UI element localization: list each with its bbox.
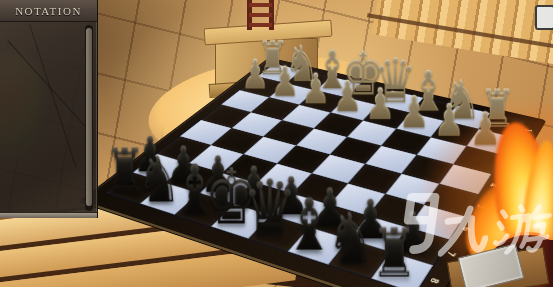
jiuyou-watermark: 九游 xyxy=(394,190,553,259)
ladder-rung xyxy=(249,23,272,27)
corner-widget xyxy=(535,5,553,30)
ladder-rung xyxy=(249,3,272,7)
marble-vein xyxy=(29,24,76,167)
notation-title-text: Notation xyxy=(15,5,82,17)
notation-scrollbar-thumb[interactable] xyxy=(86,28,92,206)
ladder-rung xyxy=(249,13,272,17)
jiu-character xyxy=(437,204,493,258)
jiuyou-9-logo-icon xyxy=(395,190,442,256)
notation-panel-footer xyxy=(0,212,97,218)
notation-panel: Notation xyxy=(0,0,98,218)
notation-panel-title: Notation xyxy=(0,0,97,22)
you-character xyxy=(490,203,553,259)
